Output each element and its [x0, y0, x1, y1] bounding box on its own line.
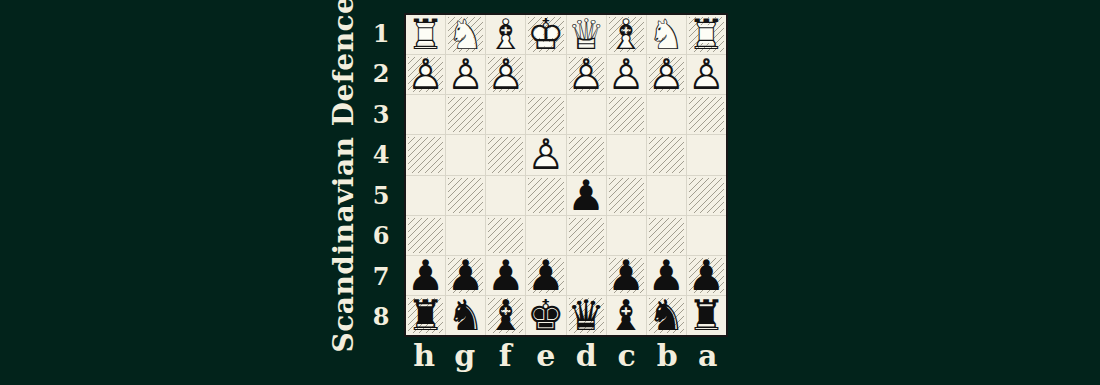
- black-piece-glyph: ♟: [647, 256, 686, 295]
- square-a5: [687, 176, 726, 215]
- white-piece-outline-layer: ♙: [647, 55, 686, 94]
- piece-white-pawn-d2: ♟♙: [567, 55, 606, 94]
- square-f6: [486, 216, 525, 255]
- white-piece-outline-layer: ♙: [406, 55, 445, 94]
- white-piece-outline-layer: ♙: [607, 55, 646, 94]
- white-piece-outline-layer: ♗: [486, 15, 525, 54]
- piece-white-pawn-g2: ♟♙: [446, 55, 485, 94]
- square-c2: ♟♙: [607, 55, 646, 94]
- piece-black-bishop-f8: ♝: [486, 296, 525, 335]
- piece-black-rook-h8: ♜: [406, 296, 445, 335]
- piece-black-bishop-c8: ♝: [607, 296, 646, 335]
- square-h4: [406, 135, 445, 174]
- file-label-h: h: [404, 339, 445, 377]
- white-piece-outline-layer: ♙: [687, 55, 726, 94]
- square-b1: ♞♘: [647, 15, 686, 54]
- square-f1: ♝♗: [486, 15, 525, 54]
- square-g1: ♞♘: [446, 15, 485, 54]
- rank-label-4: 4: [366, 135, 396, 176]
- square-d8: ♛: [567, 296, 606, 335]
- black-piece-glyph: ♝: [486, 296, 525, 335]
- square-e8: ♚: [526, 296, 565, 335]
- piece-white-rook-a1: ♜♖: [687, 15, 726, 54]
- square-f4: [486, 135, 525, 174]
- square-c6: [607, 216, 646, 255]
- square-a1: ♜♖: [687, 15, 726, 54]
- square-h6: [406, 216, 445, 255]
- square-b8: ♞: [647, 296, 686, 335]
- file-label-d: d: [566, 339, 607, 377]
- square-e7: ♟: [526, 256, 565, 295]
- piece-black-pawn-f7: ♟: [486, 256, 525, 295]
- black-piece-glyph: ♝: [607, 296, 646, 335]
- rank-label-1: 1: [366, 13, 396, 54]
- white-piece-outline-layer: ♗: [607, 15, 646, 54]
- piece-white-pawn-e4: ♟♙: [526, 135, 565, 174]
- square-e5: [526, 176, 565, 215]
- rank-label-2: 2: [366, 54, 396, 95]
- chess-board: ♜♖♞♘♝♗♚♔♛♕♝♗♞♘♜♖♟♙♟♙♟♙♟♙♟♙♟♙♟♙♟♙♟♟♟♟♟♟♟♟…: [404, 13, 728, 337]
- piece-white-bishop-c1: ♝♗: [607, 15, 646, 54]
- piece-white-pawn-f2: ♟♙: [486, 55, 525, 94]
- square-h8: ♜: [406, 296, 445, 335]
- square-d1: ♛♕: [567, 15, 606, 54]
- white-piece-outline-layer: ♖: [406, 15, 445, 54]
- square-h5: [406, 176, 445, 215]
- black-piece-glyph: ♞: [446, 296, 485, 335]
- piece-white-bishop-f1: ♝♗: [486, 15, 525, 54]
- piece-black-knight-b8: ♞: [647, 296, 686, 335]
- square-g8: ♞: [446, 296, 485, 335]
- square-c1: ♝♗: [607, 15, 646, 54]
- piece-white-knight-g1: ♞♘: [446, 15, 485, 54]
- piece-black-pawn-h7: ♟: [406, 256, 445, 295]
- piece-black-pawn-b7: ♟: [647, 256, 686, 295]
- black-piece-glyph: ♟: [406, 256, 445, 295]
- piece-black-king-e8: ♚: [526, 296, 565, 335]
- file-label-a: a: [688, 339, 729, 377]
- square-f8: ♝: [486, 296, 525, 335]
- white-piece-outline-layer: ♕: [567, 15, 606, 54]
- square-f2: ♟♙: [486, 55, 525, 94]
- file-labels: hgfedcba: [404, 339, 728, 377]
- black-piece-glyph: ♟: [526, 256, 565, 295]
- square-c8: ♝: [607, 296, 646, 335]
- square-d3: [567, 95, 606, 134]
- white-piece-outline-layer: ♙: [486, 55, 525, 94]
- piece-black-pawn-a7: ♟: [687, 256, 726, 295]
- piece-black-pawn-c7: ♟: [607, 256, 646, 295]
- square-g5: [446, 176, 485, 215]
- square-c7: ♟: [607, 256, 646, 295]
- piece-white-queen-d1: ♛♕: [567, 15, 606, 54]
- square-a2: ♟♙: [687, 55, 726, 94]
- square-d4: [567, 135, 606, 174]
- square-d2: ♟♙: [567, 55, 606, 94]
- square-h1: ♜♖: [406, 15, 445, 54]
- white-piece-outline-layer: ♘: [647, 15, 686, 54]
- square-b5: [647, 176, 686, 215]
- square-g7: ♟: [446, 256, 485, 295]
- square-e4: ♟♙: [526, 135, 565, 174]
- square-d5: ♟: [567, 176, 606, 215]
- rank-label-5: 5: [366, 175, 396, 216]
- square-a7: ♟: [687, 256, 726, 295]
- square-h2: ♟♙: [406, 55, 445, 94]
- black-piece-glyph: ♚: [526, 296, 565, 335]
- square-b3: [647, 95, 686, 134]
- square-g2: ♟♙: [446, 55, 485, 94]
- rank-labels: 12345678: [366, 13, 396, 337]
- square-d7: [567, 256, 606, 295]
- square-g6: [446, 216, 485, 255]
- square-b4: [647, 135, 686, 174]
- piece-white-knight-b1: ♞♘: [647, 15, 686, 54]
- piece-white-pawn-a2: ♟♙: [687, 55, 726, 94]
- square-e6: [526, 216, 565, 255]
- black-piece-glyph: ♜: [406, 296, 445, 335]
- piece-black-knight-g8: ♞: [446, 296, 485, 335]
- piece-black-rook-a8: ♜: [687, 296, 726, 335]
- square-b7: ♟: [647, 256, 686, 295]
- rank-label-3: 3: [366, 94, 396, 135]
- black-piece-glyph: ♛: [567, 296, 606, 335]
- file-label-e: e: [526, 339, 567, 377]
- square-g3: [446, 95, 485, 134]
- square-h7: ♟: [406, 256, 445, 295]
- white-piece-outline-layer: ♔: [526, 15, 565, 54]
- square-g4: [446, 135, 485, 174]
- square-d6: [567, 216, 606, 255]
- piece-white-pawn-h2: ♟♙: [406, 55, 445, 94]
- square-a6: [687, 216, 726, 255]
- black-piece-glyph: ♟: [687, 256, 726, 295]
- square-c4: [607, 135, 646, 174]
- square-e1: ♚♔: [526, 15, 565, 54]
- black-piece-glyph: ♜: [687, 296, 726, 335]
- rank-label-8: 8: [366, 297, 396, 338]
- rank-label-7: 7: [366, 256, 396, 297]
- piece-white-pawn-c2: ♟♙: [607, 55, 646, 94]
- square-a4: [687, 135, 726, 174]
- square-a3: [687, 95, 726, 134]
- file-label-f: f: [485, 339, 526, 377]
- piece-black-pawn-g7: ♟: [446, 256, 485, 295]
- square-h3: [406, 95, 445, 134]
- square-b2: ♟♙: [647, 55, 686, 94]
- file-label-c: c: [607, 339, 648, 377]
- black-piece-glyph: ♟: [567, 176, 606, 215]
- black-piece-glyph: ♟: [486, 256, 525, 295]
- square-f7: ♟: [486, 256, 525, 295]
- square-c3: [607, 95, 646, 134]
- piece-black-queen-d8: ♛: [567, 296, 606, 335]
- white-piece-outline-layer: ♙: [446, 55, 485, 94]
- square-e2: [526, 55, 565, 94]
- white-piece-outline-layer: ♙: [567, 55, 606, 94]
- file-label-g: g: [445, 339, 486, 377]
- square-b6: [647, 216, 686, 255]
- piece-white-pawn-b2: ♟♙: [647, 55, 686, 94]
- square-a8: ♜: [687, 296, 726, 335]
- piece-white-rook-h1: ♜♖: [406, 15, 445, 54]
- square-f3: [486, 95, 525, 134]
- file-label-b: b: [647, 339, 688, 377]
- square-f5: [486, 176, 525, 215]
- square-c5: [607, 176, 646, 215]
- black-piece-glyph: ♞: [647, 296, 686, 335]
- rank-label-6: 6: [366, 216, 396, 257]
- black-piece-glyph: ♟: [607, 256, 646, 295]
- opening-title-wrap: Scandinavian Defence: [322, 13, 364, 335]
- piece-black-pawn-e7: ♟: [526, 256, 565, 295]
- black-piece-glyph: ♟: [446, 256, 485, 295]
- white-piece-outline-layer: ♘: [446, 15, 485, 54]
- square-e3: [526, 95, 565, 134]
- white-piece-outline-layer: ♖: [687, 15, 726, 54]
- piece-white-king-e1: ♚♔: [526, 15, 565, 54]
- piece-black-pawn-d5: ♟: [567, 176, 606, 215]
- white-piece-outline-layer: ♙: [526, 135, 565, 174]
- opening-title: Scandinavian Defence: [327, 0, 360, 352]
